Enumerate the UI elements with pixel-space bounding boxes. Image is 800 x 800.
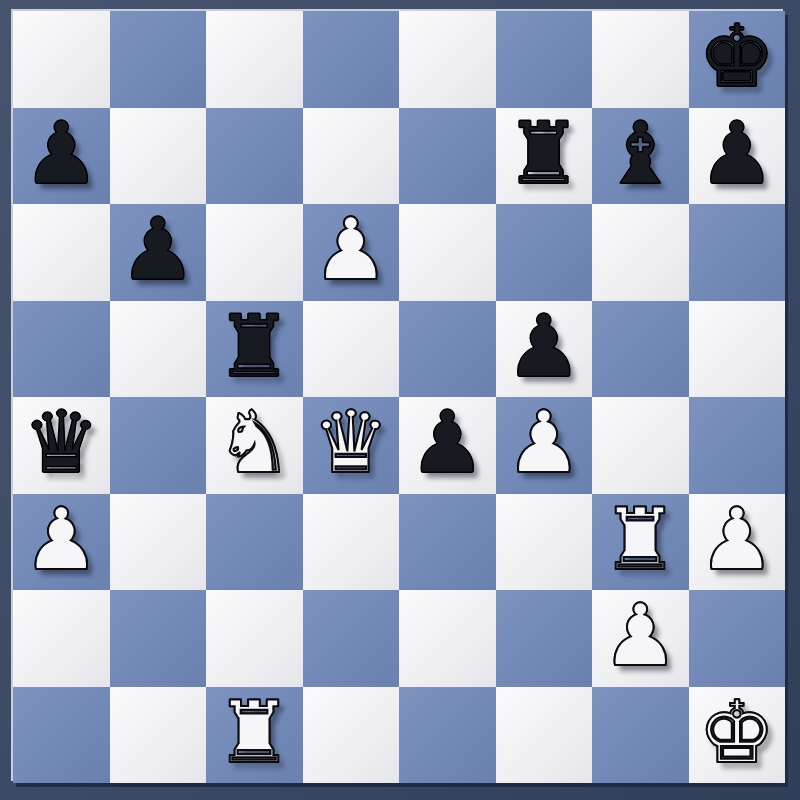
white-knight[interactable]: ♞ bbox=[216, 399, 293, 485]
black-pawn[interactable]: ♟ bbox=[698, 110, 775, 196]
square-e1[interactable] bbox=[399, 687, 496, 784]
square-d2[interactable] bbox=[303, 590, 400, 687]
white-pawn[interactable]: ♟ bbox=[602, 592, 679, 678]
black-pawn[interactable]: ♟ bbox=[409, 399, 486, 485]
square-a8[interactable] bbox=[13, 11, 110, 108]
square-f2[interactable] bbox=[496, 590, 593, 687]
black-bishop[interactable]: ♝ bbox=[602, 110, 679, 196]
white-rook[interactable]: ♜ bbox=[216, 689, 293, 775]
square-e3[interactable] bbox=[399, 494, 496, 591]
square-a1[interactable] bbox=[13, 687, 110, 784]
square-d8[interactable] bbox=[303, 11, 400, 108]
square-b6[interactable]: ♟ bbox=[110, 204, 207, 301]
square-f3[interactable] bbox=[496, 494, 593, 591]
square-e5[interactable] bbox=[399, 301, 496, 398]
square-h5[interactable] bbox=[689, 301, 786, 398]
square-d5[interactable] bbox=[303, 301, 400, 398]
square-c6[interactable] bbox=[206, 204, 303, 301]
square-f8[interactable] bbox=[496, 11, 593, 108]
black-queen[interactable]: ♛ bbox=[23, 399, 100, 485]
square-d3[interactable] bbox=[303, 494, 400, 591]
square-h4[interactable] bbox=[689, 397, 786, 494]
square-f5[interactable]: ♟ bbox=[496, 301, 593, 398]
square-g8[interactable] bbox=[592, 11, 689, 108]
square-c2[interactable] bbox=[206, 590, 303, 687]
white-rook[interactable]: ♜ bbox=[602, 496, 679, 582]
square-b8[interactable] bbox=[110, 11, 207, 108]
white-pawn[interactable]: ♟ bbox=[505, 399, 582, 485]
square-b2[interactable] bbox=[110, 590, 207, 687]
square-a2[interactable] bbox=[13, 590, 110, 687]
square-a4[interactable]: ♛ bbox=[13, 397, 110, 494]
square-h2[interactable] bbox=[689, 590, 786, 687]
square-a5[interactable] bbox=[13, 301, 110, 398]
black-king[interactable]: ♚ bbox=[698, 13, 775, 99]
square-e4[interactable]: ♟ bbox=[399, 397, 496, 494]
square-h6[interactable] bbox=[689, 204, 786, 301]
square-h8[interactable]: ♚ bbox=[689, 11, 786, 108]
square-g6[interactable] bbox=[592, 204, 689, 301]
square-d1[interactable] bbox=[303, 687, 400, 784]
square-e8[interactable] bbox=[399, 11, 496, 108]
square-f4[interactable]: ♟ bbox=[496, 397, 593, 494]
square-c4[interactable]: ♞ bbox=[206, 397, 303, 494]
square-d7[interactable] bbox=[303, 108, 400, 205]
square-b4[interactable] bbox=[110, 397, 207, 494]
square-b1[interactable] bbox=[110, 687, 207, 784]
square-e6[interactable] bbox=[399, 204, 496, 301]
square-a3[interactable]: ♟ bbox=[13, 494, 110, 591]
square-h3[interactable]: ♟ bbox=[689, 494, 786, 591]
square-e7[interactable] bbox=[399, 108, 496, 205]
square-c1[interactable]: ♜ bbox=[206, 687, 303, 784]
square-g2[interactable]: ♟ bbox=[592, 590, 689, 687]
square-g3[interactable]: ♜ bbox=[592, 494, 689, 591]
square-f7[interactable]: ♜ bbox=[496, 108, 593, 205]
square-a6[interactable] bbox=[13, 204, 110, 301]
square-c5[interactable]: ♜ bbox=[206, 301, 303, 398]
square-d6[interactable]: ♟ bbox=[303, 204, 400, 301]
square-b5[interactable] bbox=[110, 301, 207, 398]
square-g5[interactable] bbox=[592, 301, 689, 398]
square-f1[interactable] bbox=[496, 687, 593, 784]
black-pawn[interactable]: ♟ bbox=[23, 110, 100, 196]
square-g1[interactable] bbox=[592, 687, 689, 784]
square-b3[interactable] bbox=[110, 494, 207, 591]
white-pawn[interactable]: ♟ bbox=[312, 206, 389, 292]
square-a7[interactable]: ♟ bbox=[13, 108, 110, 205]
black-pawn[interactable]: ♟ bbox=[119, 206, 196, 292]
chess-board: ♚♟♜♝♟♟♟♜♟♛♞♛♟♟♟♜♟♟♜♚ bbox=[13, 11, 785, 783]
square-d4[interactable]: ♛ bbox=[303, 397, 400, 494]
black-rook[interactable]: ♜ bbox=[216, 303, 293, 389]
square-h7[interactable]: ♟ bbox=[689, 108, 786, 205]
square-h1[interactable]: ♚ bbox=[689, 687, 786, 784]
square-c3[interactable] bbox=[206, 494, 303, 591]
square-e2[interactable] bbox=[399, 590, 496, 687]
square-b7[interactable] bbox=[110, 108, 207, 205]
white-pawn[interactable]: ♟ bbox=[23, 496, 100, 582]
white-queen[interactable]: ♛ bbox=[312, 399, 389, 485]
board-frame: ♚♟♜♝♟♟♟♜♟♛♞♛♟♟♟♜♟♟♜♚ bbox=[0, 0, 800, 800]
white-king[interactable]: ♚ bbox=[698, 689, 775, 775]
white-pawn[interactable]: ♟ bbox=[698, 496, 775, 582]
square-c8[interactable] bbox=[206, 11, 303, 108]
square-c7[interactable] bbox=[206, 108, 303, 205]
square-g4[interactable] bbox=[592, 397, 689, 494]
black-pawn[interactable]: ♟ bbox=[505, 303, 582, 389]
square-g7[interactable]: ♝ bbox=[592, 108, 689, 205]
square-f6[interactable] bbox=[496, 204, 593, 301]
black-rook[interactable]: ♜ bbox=[505, 110, 582, 196]
